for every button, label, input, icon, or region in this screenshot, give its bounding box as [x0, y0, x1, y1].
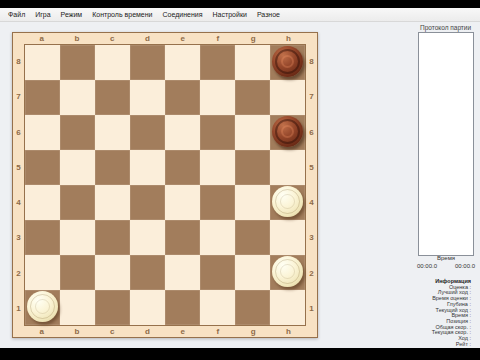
square-g7[interactable] [235, 80, 270, 115]
square-f4[interactable] [200, 185, 235, 220]
square-d7[interactable] [130, 80, 165, 115]
dark-man-h6[interactable] [272, 116, 303, 147]
square-e4[interactable] [165, 185, 200, 220]
square-a2[interactable] [25, 255, 60, 290]
square-a7[interactable] [25, 80, 60, 115]
clocks: 00:00.0 00:00.0 [417, 263, 475, 269]
square-h7[interactable] [270, 80, 305, 115]
square-g5[interactable] [235, 150, 270, 185]
square-e6[interactable] [165, 115, 200, 150]
board-grid [24, 44, 306, 326]
square-a4[interactable] [25, 185, 60, 220]
white-clock: 00:00.0 [417, 263, 437, 269]
square-d8[interactable] [130, 45, 165, 80]
file-label-a: a [24, 326, 59, 337]
square-e3[interactable] [165, 220, 200, 255]
file-label-f: f [200, 326, 235, 337]
square-g4[interactable] [235, 185, 270, 220]
square-f3[interactable] [200, 220, 235, 255]
square-b8[interactable] [60, 45, 95, 80]
file-label-g: g [236, 33, 271, 44]
square-e8[interactable] [165, 45, 200, 80]
protocol-listbox[interactable] [418, 32, 474, 256]
square-d6[interactable] [130, 115, 165, 150]
square-g2[interactable] [235, 255, 270, 290]
letterbox-bottom [0, 348, 480, 360]
rank-label-1: 1 [13, 291, 24, 326]
file-label-b: b [59, 33, 94, 44]
square-d1[interactable] [130, 290, 165, 325]
square-g3[interactable] [235, 220, 270, 255]
file-label-e: e [165, 326, 200, 337]
menu-item-6[interactable]: Разное [252, 10, 285, 19]
file-label-h: h [271, 33, 306, 44]
square-c4[interactable] [95, 185, 130, 220]
menu-bar: ФайлИграРежимКонтроль времениСоединенияН… [0, 8, 480, 22]
square-f1[interactable] [200, 290, 235, 325]
file-label-b: b [59, 326, 94, 337]
square-a6[interactable] [25, 115, 60, 150]
square-b2[interactable] [60, 255, 95, 290]
square-c1[interactable] [95, 290, 130, 325]
letterbox-top [0, 0, 480, 8]
file-label-d: d [130, 326, 165, 337]
file-label-c: c [95, 326, 130, 337]
rank-label-4: 4 [13, 185, 24, 220]
rank-label-7: 7 [13, 79, 24, 114]
square-d2[interactable] [130, 255, 165, 290]
square-b4[interactable] [60, 185, 95, 220]
checkers-app-window: ФайлИграРежимКонтроль времениСоединенияН… [0, 8, 480, 348]
square-c6[interactable] [95, 115, 130, 150]
rank-label-6: 6 [306, 115, 317, 150]
square-a5[interactable] [25, 150, 60, 185]
square-b7[interactable] [60, 80, 95, 115]
file-labels-bottom: abcdefgh [24, 326, 306, 337]
square-g1[interactable] [235, 290, 270, 325]
square-b5[interactable] [60, 150, 95, 185]
square-f7[interactable] [200, 80, 235, 115]
square-h3[interactable] [270, 220, 305, 255]
rank-label-2: 2 [13, 256, 24, 291]
menu-item-4[interactable]: Соединения [158, 10, 208, 19]
square-f2[interactable] [200, 255, 235, 290]
file-label-d: d [130, 33, 165, 44]
square-c2[interactable] [95, 255, 130, 290]
file-label-a: a [24, 33, 59, 44]
rank-label-8: 8 [13, 44, 24, 79]
square-b3[interactable] [60, 220, 95, 255]
square-f8[interactable] [200, 45, 235, 80]
file-labels-top: abcdefgh [24, 33, 306, 44]
file-label-c: c [95, 33, 130, 44]
square-f5[interactable] [200, 150, 235, 185]
white-man-h2[interactable] [272, 256, 303, 287]
rank-label-1: 1 [306, 291, 317, 326]
rank-label-2: 2 [306, 256, 317, 291]
file-label-g: g [236, 326, 271, 337]
board: abcdefgh abcdefgh 87654321 87654321 [12, 32, 318, 338]
square-c7[interactable] [95, 80, 130, 115]
info-rows: Оценка :Лучший ход :Время оценки :Глубин… [401, 285, 471, 348]
menu-item-3[interactable]: Контроль времени [87, 10, 157, 19]
square-e1[interactable] [165, 290, 200, 325]
square-h1[interactable] [270, 290, 305, 325]
rank-labels-right: 87654321 [306, 44, 317, 326]
black-clock: 00:00.0 [455, 263, 475, 269]
info-panel: Информация Оценка :Лучший ход :Время оце… [401, 279, 471, 347]
protocol-label: Протокол партии [420, 24, 471, 31]
square-b1[interactable] [60, 290, 95, 325]
rank-labels-left: 87654321 [13, 44, 24, 326]
rank-label-6: 6 [13, 115, 24, 150]
square-c8[interactable] [95, 45, 130, 80]
rank-label-7: 7 [306, 79, 317, 114]
square-e2[interactable] [165, 255, 200, 290]
white-man-h4[interactable] [272, 186, 303, 217]
square-d5[interactable] [130, 150, 165, 185]
main-content: abcdefgh abcdefgh 87654321 87654321 Прот… [0, 22, 480, 347]
menu-item-1[interactable]: Игра [30, 10, 55, 19]
square-e7[interactable] [165, 80, 200, 115]
dark-man-h8[interactable] [272, 46, 303, 77]
file-label-f: f [200, 33, 235, 44]
white-man-a1[interactable] [27, 291, 58, 322]
rank-label-5: 5 [306, 150, 317, 185]
menu-item-5[interactable]: Настройки [208, 10, 252, 19]
rank-label-8: 8 [306, 44, 317, 79]
time-label: Время [416, 255, 476, 261]
square-a3[interactable] [25, 220, 60, 255]
square-f6[interactable] [200, 115, 235, 150]
menu-item-2[interactable]: Режим [56, 10, 88, 19]
rank-label-5: 5 [13, 150, 24, 185]
info-row-10: Рейт : [401, 342, 471, 348]
rank-label-3: 3 [306, 220, 317, 255]
rank-label-3: 3 [13, 220, 24, 255]
square-c3[interactable] [95, 220, 130, 255]
file-label-e: e [165, 33, 200, 44]
square-g6[interactable] [235, 115, 270, 150]
square-c5[interactable] [95, 150, 130, 185]
file-label-h: h [271, 326, 306, 337]
square-h5[interactable] [270, 150, 305, 185]
square-b6[interactable] [60, 115, 95, 150]
rank-label-4: 4 [306, 185, 317, 220]
square-a8[interactable] [25, 45, 60, 80]
square-d4[interactable] [130, 185, 165, 220]
menu-item-0[interactable]: Файл [3, 10, 30, 19]
square-e5[interactable] [165, 150, 200, 185]
square-d3[interactable] [130, 220, 165, 255]
square-g8[interactable] [235, 45, 270, 80]
